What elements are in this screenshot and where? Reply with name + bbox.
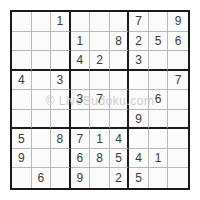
given-digit: 8 (96, 152, 103, 164)
given-digit: 2 (115, 172, 122, 184)
cell-r9c6[interactable]: 2 (110, 168, 130, 188)
cell-r2c8[interactable]: 5 (149, 32, 169, 52)
cell-r4c2[interactable] (32, 71, 52, 91)
cell-r3c1[interactable] (12, 51, 32, 71)
given-digit: 6 (37, 172, 44, 184)
cell-r9c3[interactable] (51, 168, 71, 188)
cell-r5c9[interactable] (168, 90, 188, 110)
given-digit: 5 (135, 172, 142, 184)
cell-r6c3[interactable] (51, 110, 71, 130)
cell-r6c9[interactable] (168, 110, 188, 130)
cell-r4c4[interactable] (71, 71, 91, 91)
cell-r7c4[interactable]: 7 (71, 129, 91, 149)
cell-r5c2[interactable] (32, 90, 52, 110)
cell-r3c9[interactable] (168, 51, 188, 71)
cell-r4c6[interactable] (110, 71, 130, 91)
cell-r5c1[interactable] (12, 90, 32, 110)
given-digit: 7 (96, 93, 103, 105)
given-digit: 4 (115, 133, 122, 145)
cell-r1c5[interactable] (90, 12, 110, 32)
cell-r1c1[interactable] (12, 12, 32, 32)
cell-r8c2[interactable] (32, 149, 52, 169)
cell-r1c6[interactable] (110, 12, 130, 32)
cell-r9c9[interactable] (168, 168, 188, 188)
given-digit: 8 (57, 133, 64, 145)
given-digit: 9 (18, 152, 25, 164)
given-digit: 3 (57, 74, 64, 86)
cell-r5c8[interactable]: 6 (149, 90, 169, 110)
given-digit: 1 (155, 152, 162, 164)
cell-r1c9[interactable]: 9 (168, 12, 188, 32)
given-digit: 7 (77, 133, 84, 145)
cell-r2c9[interactable]: 6 (168, 32, 188, 52)
cell-r7c6[interactable]: 4 (110, 129, 130, 149)
cell-r8c1[interactable]: 9 (12, 149, 32, 169)
cell-r2c4[interactable]: 1 (71, 32, 91, 52)
cell-r8c6[interactable]: 5 (110, 149, 130, 169)
cell-r1c7[interactable]: 7 (129, 12, 149, 32)
given-digit: 5 (18, 133, 25, 145)
cell-r4c3[interactable]: 3 (51, 71, 71, 91)
cell-r6c6[interactable] (110, 110, 130, 130)
cell-r4c7[interactable] (129, 71, 149, 91)
given-digit: 7 (135, 15, 142, 27)
cell-r4c8[interactable] (149, 71, 169, 91)
cell-r3c8[interactable] (149, 51, 169, 71)
cell-r4c1[interactable]: 4 (12, 71, 32, 91)
cell-r8c4[interactable]: 6 (71, 149, 91, 169)
cell-r1c8[interactable] (149, 12, 169, 32)
cell-r9c5[interactable] (90, 168, 110, 188)
cell-r8c8[interactable]: 1 (149, 149, 169, 169)
cell-r1c3[interactable]: 1 (51, 12, 71, 32)
cell-r1c4[interactable] (71, 12, 91, 32)
cell-r7c3[interactable]: 8 (51, 129, 71, 149)
cell-r7c7[interactable] (129, 129, 149, 149)
given-digit: 4 (135, 152, 142, 164)
given-digit: 9 (77, 172, 84, 184)
cell-r8c3[interactable] (51, 149, 71, 169)
cell-r9c7[interactable]: 5 (129, 168, 149, 188)
cell-r2c6[interactable]: 8 (110, 32, 130, 52)
given-digit: 5 (155, 35, 162, 47)
given-digit: 9 (135, 113, 142, 125)
cell-r2c2[interactable] (32, 32, 52, 52)
cell-r2c3[interactable] (51, 32, 71, 52)
cell-r5c4[interactable]: 3 (71, 90, 91, 110)
cell-r1c2[interactable] (32, 12, 52, 32)
cell-r9c4[interactable]: 9 (71, 168, 91, 188)
cell-r4c9[interactable]: 7 (168, 71, 188, 91)
given-digit: 2 (96, 54, 103, 66)
cell-r2c5[interactable] (90, 32, 110, 52)
given-digit: 5 (115, 152, 122, 164)
cell-r2c1[interactable] (12, 32, 32, 52)
cell-r6c2[interactable] (32, 110, 52, 130)
cell-r3c6[interactable] (110, 51, 130, 71)
cell-r9c2[interactable]: 6 (32, 168, 52, 188)
cell-r3c3[interactable] (51, 51, 71, 71)
given-digit: 4 (18, 74, 25, 86)
cell-r7c1[interactable]: 5 (12, 129, 32, 149)
given-digit: 9 (175, 15, 182, 27)
cell-r5c6[interactable] (110, 90, 130, 110)
cell-r6c7[interactable]: 9 (129, 110, 149, 130)
sudoku-puzzle-image: 179182564234373769587149685416925 © Live… (0, 0, 200, 200)
cell-r3c7[interactable]: 3 (129, 51, 149, 71)
cell-r5c3[interactable] (51, 90, 71, 110)
cell-r9c1[interactable] (12, 168, 32, 188)
given-digit: 4 (77, 54, 84, 66)
given-digit: 2 (135, 35, 142, 47)
cell-r8c9[interactable] (168, 149, 188, 169)
cell-r5c7[interactable] (129, 90, 149, 110)
cell-r4c5[interactable] (90, 71, 110, 91)
given-digit: 1 (77, 35, 84, 47)
cell-r9c8[interactable] (149, 168, 169, 188)
given-digit: 1 (57, 15, 64, 27)
given-digit: 6 (175, 35, 182, 47)
given-digit: 6 (155, 93, 162, 105)
given-digit: 7 (175, 74, 182, 86)
cell-r7c5[interactable]: 1 (90, 129, 110, 149)
cell-r6c5[interactable] (90, 110, 110, 130)
cell-r3c4[interactable]: 4 (71, 51, 91, 71)
cell-r7c8[interactable] (149, 129, 169, 149)
cell-r3c2[interactable] (32, 51, 52, 71)
cell-r6c4[interactable] (71, 110, 91, 130)
given-digit: 1 (96, 133, 103, 145)
cell-r8c7[interactable]: 4 (129, 149, 149, 169)
cell-r7c2[interactable] (32, 129, 52, 149)
given-digit: 8 (115, 35, 122, 47)
given-digit: 3 (135, 54, 142, 66)
cell-r2c7[interactable]: 2 (129, 32, 149, 52)
cell-r6c8[interactable] (149, 110, 169, 130)
given-digit: 3 (77, 93, 84, 105)
cell-r6c1[interactable] (12, 110, 32, 130)
given-digit: 6 (77, 152, 84, 164)
cell-r8c5[interactable]: 8 (90, 149, 110, 169)
cell-r5c5[interactable]: 7 (90, 90, 110, 110)
sudoku-board: 179182564234373769587149685416925 (10, 10, 190, 190)
cell-r7c9[interactable] (168, 129, 188, 149)
cell-r3c5[interactable]: 2 (90, 51, 110, 71)
